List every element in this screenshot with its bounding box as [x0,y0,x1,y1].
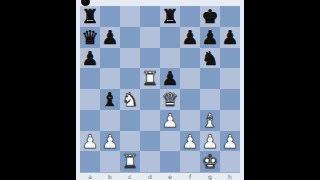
white-rook-piece[interactable]: ♜ [141,68,158,89]
black-pawn-piece[interactable]: ♟ [81,47,98,68]
square-g8[interactable]: ♚ [200,6,220,27]
letterbox-right [244,0,320,180]
square-b2[interactable]: ♟ [100,131,120,152]
square-e7[interactable] [160,27,180,48]
white-pawn-piece[interactable]: ♟ [201,130,218,151]
white-pawn-piece[interactable]: ♟ [161,109,178,130]
letterbox-left [0,0,76,180]
square-c6[interactable] [120,48,140,69]
square-a7[interactable]: ♛ [80,27,100,48]
white-pawn-piece[interactable]: ♟ [101,130,118,151]
square-g6[interactable]: ♞ [200,48,220,69]
square-b7[interactable]: ♟ [100,27,120,48]
square-b1[interactable] [100,151,120,172]
black-bishop-piece[interactable]: ♝ [101,89,118,110]
square-d1[interactable] [140,151,160,172]
black-knight-piece[interactable]: ♞ [201,47,218,68]
square-h7[interactable]: ♟ [220,27,240,48]
square-h8[interactable] [220,6,240,27]
file-label-c: c [120,173,140,180]
square-c1[interactable]: ♜ [120,151,140,172]
square-h3[interactable] [220,110,240,131]
black-pawn-piece[interactable]: ♟ [101,26,118,47]
square-d5[interactable]: ♜ [140,68,160,89]
square-c5[interactable] [120,68,140,89]
square-h6[interactable] [220,48,240,69]
square-g2[interactable]: ♟ [200,131,220,152]
square-g7[interactable]: ♟ [200,27,220,48]
white-pawn-piece[interactable]: ♟ [81,130,98,151]
square-b5[interactable] [100,68,120,89]
chess-board[interactable]: ♜♜♚♛♟♟♟♟♟♞♜♟♝♞♛♟♝♟♟♟♟♟♜♚ [80,6,240,172]
white-rook-piece[interactable]: ♜ [121,151,138,172]
file-label-d: d [140,173,160,180]
black-pawn-piece[interactable]: ♟ [161,68,178,89]
file-label-g: g [200,173,220,180]
square-f2[interactable]: ♟ [180,131,200,152]
square-a6[interactable]: ♟ [80,48,100,69]
file-coordinate-strip: abcdefgh [80,172,240,180]
square-e2[interactable] [160,131,180,152]
square-d6[interactable] [140,48,160,69]
white-king-piece[interactable]: ♚ [201,151,218,172]
white-bishop-piece[interactable]: ♝ [201,109,218,130]
square-g1[interactable]: ♚ [200,151,220,172]
black-pawn-piece[interactable]: ♟ [181,26,198,47]
square-h5[interactable] [220,68,240,89]
square-a1[interactable] [80,151,100,172]
file-label-e: e [160,173,180,180]
black-queen-piece[interactable]: ♛ [81,26,98,47]
file-label-b: b [100,173,120,180]
black-pawn-piece[interactable]: ♟ [221,26,238,47]
white-pawn-piece[interactable]: ♟ [221,130,238,151]
square-c3[interactable] [120,110,140,131]
black-rook-piece[interactable]: ♜ [81,6,98,27]
square-f7[interactable]: ♟ [180,27,200,48]
square-b4[interactable]: ♝ [100,89,120,110]
square-e3[interactable]: ♟ [160,110,180,131]
square-g3[interactable]: ♝ [200,110,220,131]
square-c4[interactable]: ♞ [120,89,140,110]
square-c2[interactable] [120,131,140,152]
black-rook-piece[interactable]: ♜ [161,6,178,27]
square-g5[interactable] [200,68,220,89]
square-d8[interactable] [140,6,160,27]
square-a5[interactable] [80,68,100,89]
square-e4[interactable]: ♛ [160,89,180,110]
white-pawn-piece[interactable]: ♟ [181,130,198,151]
square-c7[interactable] [120,27,140,48]
square-h4[interactable] [220,89,240,110]
square-h2[interactable]: ♟ [220,131,240,152]
square-a2[interactable]: ♟ [80,131,100,152]
black-pawn-piece[interactable]: ♟ [201,26,218,47]
square-e5[interactable]: ♟ [160,68,180,89]
square-d4[interactable] [140,89,160,110]
square-b8[interactable] [100,6,120,27]
file-label-f: f [180,173,200,180]
square-f8[interactable] [180,6,200,27]
square-h1[interactable] [220,151,240,172]
file-label-a: a [80,173,100,180]
square-a3[interactable] [80,110,100,131]
white-queen-piece[interactable]: ♛ [161,89,178,110]
white-knight-piece[interactable]: ♞ [121,89,138,110]
square-d2[interactable] [140,131,160,152]
file-label-h: h [220,173,240,180]
square-a4[interactable] [80,89,100,110]
square-f5[interactable] [180,68,200,89]
square-e1[interactable] [160,151,180,172]
square-d7[interactable] [140,27,160,48]
square-d3[interactable] [140,110,160,131]
square-a8[interactable]: ♜ [80,6,100,27]
square-b6[interactable] [100,48,120,69]
square-b3[interactable] [100,110,120,131]
black-king-piece[interactable]: ♚ [201,6,218,27]
square-f1[interactable] [180,151,200,172]
square-e8[interactable]: ♜ [160,6,180,27]
square-f6[interactable] [180,48,200,69]
square-e6[interactable] [160,48,180,69]
chess-app-screenshot: ♜♜♚♛♟♟♟♟♟♞♜♟♝♞♛♟♝♟♟♟♟♟♜♚ abcdefgh [0,0,320,180]
square-c8[interactable] [120,6,140,27]
square-f4[interactable] [180,89,200,110]
square-g4[interactable] [200,89,220,110]
square-f3[interactable] [180,110,200,131]
